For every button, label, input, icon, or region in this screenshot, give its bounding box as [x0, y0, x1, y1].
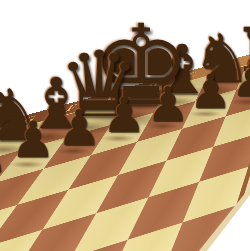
piece-shadow [95, 134, 141, 144]
piece-black-pawn: ♟ [189, 68, 232, 115]
piece-shadow [4, 160, 51, 170]
piece-black-pawn: ♟ [57, 103, 101, 152]
piece-shadow [183, 109, 228, 118]
piece-black-pawn: ♟ [11, 116, 56, 166]
piece-shadow [140, 121, 186, 131]
piece-shadow [0, 173, 4, 183]
piece-shadow [50, 146, 97, 156]
piece-black-pawn: ♟ [231, 56, 250, 103]
pieces-layer: ♜♞♝♚♛♝♞♜♟♟♟♟♟♟♟♟ [0, 0, 250, 251]
piece-black-pawn: ♟ [102, 91, 146, 140]
piece-black-pawn: ♟ [0, 129, 8, 180]
photo-stage: HGFEDCBA ♜♞♝♚♛♝♞♜♟♟♟♟♟♟♟♟ [0, 0, 250, 251]
piece-black-pawn: ♟ [146, 79, 189, 127]
